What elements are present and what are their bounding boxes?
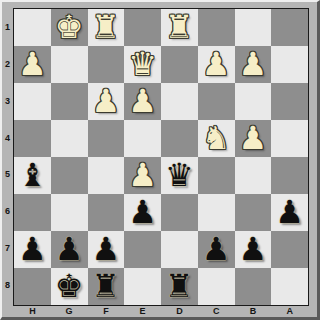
black-rook-icon[interactable]: ♜: [92, 270, 121, 302]
file-label-d: D: [161, 305, 198, 317]
white-pawn-icon[interactable]: ♟: [92, 85, 121, 117]
square-b3[interactable]: [235, 83, 272, 120]
board-frame: 12345678 HGFEDCBA ♚♜♜♟♛♟♟♟♟♞♟♝♟♛♟♟♟♟♟♟♟♚…: [0, 0, 320, 320]
black-king-icon[interactable]: ♚: [55, 270, 84, 302]
square-a5[interactable]: [271, 157, 308, 194]
square-h8[interactable]: [14, 268, 51, 305]
white-queen-icon[interactable]: ♛: [128, 48, 157, 80]
square-a2[interactable]: [271, 46, 308, 83]
rank-label-4: 4: [2, 119, 13, 156]
black-rook-icon[interactable]: ♜: [165, 270, 194, 302]
white-pawn-icon[interactable]: ♟: [239, 48, 268, 80]
square-h6[interactable]: [14, 194, 51, 231]
white-rook-icon[interactable]: ♜: [92, 11, 121, 43]
square-d3[interactable]: [161, 83, 198, 120]
square-h4[interactable]: [14, 120, 51, 157]
square-d8[interactable]: ♜: [161, 268, 198, 305]
square-c7[interactable]: ♟: [198, 231, 235, 268]
square-a1[interactable]: [271, 9, 308, 46]
black-pawn-icon[interactable]: ♟: [275, 196, 304, 228]
rank-label-3: 3: [2, 83, 13, 120]
square-b4[interactable]: ♟: [235, 120, 272, 157]
square-g6[interactable]: [51, 194, 88, 231]
square-g7[interactable]: ♟: [51, 231, 88, 268]
square-c8[interactable]: [198, 268, 235, 305]
square-e1[interactable]: [124, 9, 161, 46]
square-f2[interactable]: [88, 46, 125, 83]
square-f4[interactable]: [88, 120, 125, 157]
rank-label-2: 2: [2, 46, 13, 83]
black-pawn-icon[interactable]: ♟: [92, 233, 121, 265]
file-label-c: C: [198, 305, 235, 317]
square-h2[interactable]: ♟: [14, 46, 51, 83]
square-g5[interactable]: [51, 157, 88, 194]
square-d4[interactable]: [161, 120, 198, 157]
square-a7[interactable]: [271, 231, 308, 268]
square-h3[interactable]: [14, 83, 51, 120]
square-h5[interactable]: ♝: [14, 157, 51, 194]
square-f5[interactable]: [88, 157, 125, 194]
square-f8[interactable]: ♜: [88, 268, 125, 305]
black-queen-icon[interactable]: ♛: [165, 159, 194, 191]
square-g8[interactable]: ♚: [51, 268, 88, 305]
square-d2[interactable]: [161, 46, 198, 83]
square-a4[interactable]: [271, 120, 308, 157]
square-f1[interactable]: ♜: [88, 9, 125, 46]
black-bishop-icon[interactable]: ♝: [18, 159, 47, 191]
square-c1[interactable]: [198, 9, 235, 46]
square-e5[interactable]: ♟: [124, 157, 161, 194]
square-b5[interactable]: [235, 157, 272, 194]
square-f3[interactable]: ♟: [88, 83, 125, 120]
rank-label-7: 7: [2, 230, 13, 267]
file-label-g: G: [51, 305, 88, 317]
white-king-icon[interactable]: ♚: [55, 11, 84, 43]
white-rook-icon[interactable]: ♜: [165, 11, 194, 43]
square-c2[interactable]: ♟: [198, 46, 235, 83]
black-pawn-icon[interactable]: ♟: [202, 233, 231, 265]
black-pawn-icon[interactable]: ♟: [55, 233, 84, 265]
white-pawn-icon[interactable]: ♟: [128, 159, 157, 191]
square-b6[interactable]: [235, 194, 272, 231]
black-pawn-icon[interactable]: ♟: [18, 233, 47, 265]
file-label-f: F: [88, 305, 125, 317]
square-d7[interactable]: [161, 231, 198, 268]
file-label-h: H: [14, 305, 51, 317]
square-d6[interactable]: [161, 194, 198, 231]
rank-labels: 12345678: [2, 9, 13, 303]
square-h1[interactable]: [14, 9, 51, 46]
square-e3[interactable]: ♟: [124, 83, 161, 120]
square-c5[interactable]: [198, 157, 235, 194]
file-label-e: E: [124, 305, 161, 317]
square-h7[interactable]: ♟: [14, 231, 51, 268]
rank-label-6: 6: [2, 193, 13, 230]
square-a6[interactable]: ♟: [271, 194, 308, 231]
white-pawn-icon[interactable]: ♟: [128, 85, 157, 117]
white-pawn-icon[interactable]: ♟: [239, 122, 268, 154]
file-labels: HGFEDCBA: [14, 305, 308, 317]
rank-label-8: 8: [2, 266, 13, 303]
black-pawn-icon[interactable]: ♟: [239, 233, 268, 265]
white-pawn-icon[interactable]: ♟: [202, 48, 231, 80]
square-g2[interactable]: [51, 46, 88, 83]
square-g4[interactable]: [51, 120, 88, 157]
square-c3[interactable]: [198, 83, 235, 120]
square-g3[interactable]: [51, 83, 88, 120]
square-g1[interactable]: ♚: [51, 9, 88, 46]
square-b8[interactable]: [235, 268, 272, 305]
black-pawn-icon[interactable]: ♟: [128, 196, 157, 228]
square-e7[interactable]: [124, 231, 161, 268]
square-e4[interactable]: [124, 120, 161, 157]
square-e6[interactable]: ♟: [124, 194, 161, 231]
square-d1[interactable]: ♜: [161, 9, 198, 46]
white-pawn-icon[interactable]: ♟: [18, 48, 47, 80]
square-b7[interactable]: ♟: [235, 231, 272, 268]
square-c4[interactable]: ♞: [198, 120, 235, 157]
board: ♚♜♜♟♛♟♟♟♟♞♟♝♟♛♟♟♟♟♟♟♟♚♜♜: [13, 8, 309, 306]
square-a8[interactable]: [271, 268, 308, 305]
square-b2[interactable]: ♟: [235, 46, 272, 83]
rank-label-1: 1: [2, 9, 13, 46]
square-b1[interactable]: [235, 9, 272, 46]
square-c6[interactable]: [198, 194, 235, 231]
square-a3[interactable]: [271, 83, 308, 120]
square-e2[interactable]: ♛: [124, 46, 161, 83]
file-label-a: A: [271, 305, 308, 317]
square-d5[interactable]: ♛: [161, 157, 198, 194]
square-e8[interactable]: [124, 268, 161, 305]
file-label-b: B: [235, 305, 272, 317]
rank-label-5: 5: [2, 156, 13, 193]
square-f7[interactable]: ♟: [88, 231, 125, 268]
square-f6[interactable]: [88, 194, 125, 231]
white-knight-icon[interactable]: ♞: [202, 122, 231, 154]
